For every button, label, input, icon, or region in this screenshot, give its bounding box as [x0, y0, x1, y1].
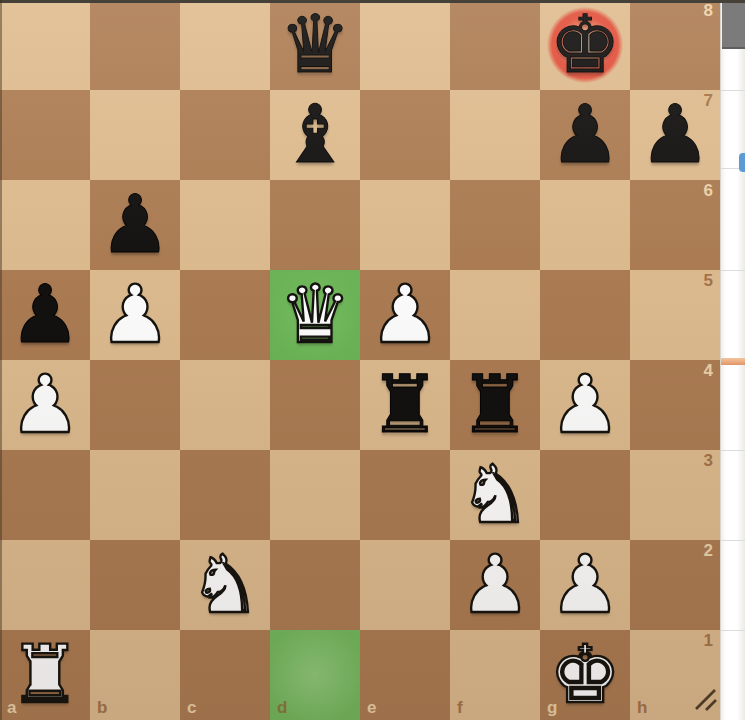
square-b8[interactable]: [90, 0, 180, 90]
file-label-h: h: [637, 698, 647, 718]
square-b6[interactable]: ♟: [90, 180, 180, 270]
file-label-e: e: [367, 698, 376, 718]
square-e3[interactable]: [360, 450, 450, 540]
square-h4[interactable]: 4: [630, 360, 720, 450]
panel-row-divider: [721, 630, 745, 631]
piece-black-pawn-g7[interactable]: ♟: [540, 90, 630, 180]
piece-white-knight-f3[interactable]: ♞: [450, 450, 540, 540]
file-label-d: d: [277, 698, 287, 718]
square-f8[interactable]: [450, 0, 540, 90]
piece-black-bishop-d7[interactable]: ♝: [270, 90, 360, 180]
square-c1[interactable]: c: [180, 630, 270, 720]
square-g5[interactable]: [540, 270, 630, 360]
square-b1[interactable]: b: [90, 630, 180, 720]
rank-label-5: 5: [704, 271, 713, 291]
piece-white-pawn-g2[interactable]: ♟: [540, 540, 630, 630]
piece-black-pawn-a5[interactable]: ♟: [0, 270, 90, 360]
square-f1[interactable]: f: [450, 630, 540, 720]
square-a6[interactable]: [0, 180, 90, 270]
square-e2[interactable]: [360, 540, 450, 630]
square-f6[interactable]: [450, 180, 540, 270]
panel-row-divider: [721, 270, 745, 271]
rank-label-6: 6: [704, 181, 713, 201]
square-g2[interactable]: ♟: [540, 540, 630, 630]
piece-white-pawn-g4[interactable]: ♟: [540, 360, 630, 450]
piece-black-rook-f4[interactable]: ♜: [450, 360, 540, 450]
file-label-a: a: [7, 698, 16, 718]
panel-row-divider: [721, 90, 745, 91]
square-g3[interactable]: [540, 450, 630, 540]
square-a7[interactable]: [0, 90, 90, 180]
square-f3[interactable]: ♞: [450, 450, 540, 540]
square-d7[interactable]: ♝: [270, 90, 360, 180]
square-b7[interactable]: [90, 90, 180, 180]
square-h2[interactable]: 2: [630, 540, 720, 630]
file-label-f: f: [457, 698, 463, 718]
panel-salmon-divider: [721, 358, 745, 365]
square-g4[interactable]: ♟: [540, 360, 630, 450]
square-g6[interactable]: [540, 180, 630, 270]
rank-label-2: 2: [704, 541, 713, 561]
rank-label-1: 1: [704, 631, 713, 651]
square-d1[interactable]: d: [270, 630, 360, 720]
square-a3[interactable]: [0, 450, 90, 540]
square-d4[interactable]: [270, 360, 360, 450]
square-e1[interactable]: e: [360, 630, 450, 720]
piece-black-king-g8[interactable]: ♚: [540, 0, 630, 90]
rank-label-8: 8: [704, 1, 713, 21]
panel-row-divider: [721, 540, 745, 541]
square-b4[interactable]: [90, 360, 180, 450]
square-e4[interactable]: ♜: [360, 360, 450, 450]
square-h7[interactable]: 7♟: [630, 90, 720, 180]
square-d5[interactable]: ♛: [270, 270, 360, 360]
square-e8[interactable]: [360, 0, 450, 90]
square-c5[interactable]: [180, 270, 270, 360]
piece-white-pawn-a4[interactable]: ♟: [0, 360, 90, 450]
piece-white-pawn-f2[interactable]: ♟: [450, 540, 540, 630]
square-h6[interactable]: 6: [630, 180, 720, 270]
square-c2[interactable]: ♞: [180, 540, 270, 630]
file-label-b: b: [97, 698, 107, 718]
square-c6[interactable]: [180, 180, 270, 270]
square-e6[interactable]: [360, 180, 450, 270]
window-left-edge: [0, 0, 2, 720]
rank-label-3: 3: [704, 451, 713, 471]
square-a8[interactable]: [0, 0, 90, 90]
panel-row-divider: [721, 450, 745, 451]
file-label-g: g: [547, 698, 557, 718]
square-c4[interactable]: [180, 360, 270, 450]
square-c3[interactable]: [180, 450, 270, 540]
square-b5[interactable]: ♟: [90, 270, 180, 360]
square-b3[interactable]: [90, 450, 180, 540]
square-f2[interactable]: ♟: [450, 540, 540, 630]
rank-label-7: 7: [704, 91, 713, 111]
piece-black-queen-d8[interactable]: ♛: [270, 0, 360, 90]
square-a1[interactable]: a♜: [0, 630, 90, 720]
square-d6[interactable]: [270, 180, 360, 270]
panel-blue-icon: [739, 153, 745, 172]
square-e5[interactable]: ♟: [360, 270, 450, 360]
piece-black-pawn-b6[interactable]: ♟: [90, 180, 180, 270]
piece-white-pawn-e5[interactable]: ♟: [360, 270, 450, 360]
piece-black-rook-e4[interactable]: ♜: [360, 360, 450, 450]
square-d2[interactable]: [270, 540, 360, 630]
scrollbar-thumb[interactable]: [722, 0, 745, 49]
square-f4[interactable]: ♜: [450, 360, 540, 450]
square-a2[interactable]: [0, 540, 90, 630]
square-b2[interactable]: [90, 540, 180, 630]
square-a4[interactable]: ♟: [0, 360, 90, 450]
square-h3[interactable]: 3: [630, 450, 720, 540]
square-h8[interactable]: 8: [630, 0, 720, 90]
piece-white-pawn-b5[interactable]: ♟: [90, 270, 180, 360]
piece-white-knight-c2[interactable]: ♞: [180, 540, 270, 630]
resize-handle-icon[interactable]: [694, 688, 718, 712]
square-f7[interactable]: [450, 90, 540, 180]
square-h5[interactable]: 5: [630, 270, 720, 360]
square-a5[interactable]: ♟: [0, 270, 90, 360]
square-f5[interactable]: [450, 270, 540, 360]
chess-board: ♛♚8♝♟7♟♟6♟♟♛♟5♟♜♜♟4♞3♞♟♟2a♜bcdefg♚1h: [0, 0, 720, 720]
file-label-c: c: [187, 698, 196, 718]
window-top-edge: [0, 0, 745, 3]
square-d8[interactable]: ♛: [270, 0, 360, 90]
square-g8[interactable]: ♚: [540, 0, 630, 90]
square-c7[interactable]: [180, 90, 270, 180]
square-g7[interactable]: ♟: [540, 90, 630, 180]
square-g1[interactable]: g♚: [540, 630, 630, 720]
piece-white-queen-d5[interactable]: ♛: [270, 270, 360, 360]
square-c8[interactable]: [180, 0, 270, 90]
rank-label-4: 4: [704, 361, 713, 381]
square-e7[interactable]: [360, 90, 450, 180]
square-d3[interactable]: [270, 450, 360, 540]
